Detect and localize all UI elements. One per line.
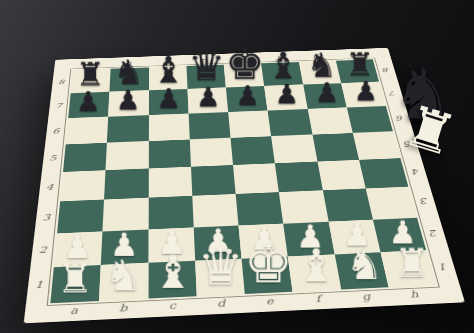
piece-white-knight: ♞: [345, 244, 383, 286]
square-f4[interactable]: [275, 162, 322, 193]
piece-black-pawn: ♟: [196, 84, 220, 111]
file-label-bottom-c: c: [148, 299, 197, 317]
square-h4[interactable]: [359, 158, 409, 188]
square-f7[interactable]: ♟: [264, 85, 307, 111]
file-label-bottom-d: d: [197, 297, 247, 314]
file-label-top-b: b: [111, 57, 149, 67]
piece-white-king: ♚: [244, 236, 293, 291]
square-g7[interactable]: ♟: [303, 83, 347, 109]
rank-label-left-7: 7: [49, 94, 68, 119]
file-label-bottom-f: f: [293, 292, 344, 309]
square-d4[interactable]: [191, 165, 236, 196]
square-e1[interactable]: ♚: [242, 256, 293, 294]
file-label-top-f: f: [260, 52, 298, 62]
square-b6[interactable]: [107, 115, 148, 143]
piece-white-queen: ♛: [197, 241, 243, 292]
square-d7[interactable]: ♟: [187, 88, 228, 114]
square-c1[interactable]: ♝: [148, 261, 197, 299]
piece-white-knight: ♞: [105, 255, 143, 297]
rank-label-left-5: 5: [43, 144, 63, 172]
square-a1[interactable]: ♜: [50, 265, 101, 303]
square-h1[interactable]: ♜: [380, 250, 436, 287]
square-d5[interactable]: [190, 138, 233, 167]
piece-black-pawn: ♟: [314, 79, 338, 106]
square-f1[interactable]: ♝: [288, 254, 341, 292]
piece-black-pawn: ♟: [76, 88, 101, 115]
square-d1[interactable]: ♛: [195, 258, 245, 296]
square-c5[interactable]: [148, 139, 190, 168]
rank-label-left-4: 4: [39, 172, 60, 202]
file-label-top-g: g: [297, 51, 336, 61]
rank-label-left-1: 1: [27, 267, 50, 304]
file-label-top-c: c: [149, 56, 187, 66]
square-b4[interactable]: [104, 168, 148, 199]
file-label-top-e: e: [223, 53, 261, 63]
file-label-bottom-a: a: [49, 304, 100, 322]
file-label-top-d: d: [186, 55, 224, 65]
piece-white-bishop: ♝: [296, 243, 337, 288]
file-label-bottom-g: g: [341, 290, 392, 307]
piece-white-rook: ♜: [394, 244, 430, 284]
square-d6[interactable]: [188, 112, 230, 139]
file-label-top-a: a: [73, 59, 111, 69]
square-c6[interactable]: [148, 113, 189, 140]
rank-label-left-3: 3: [35, 202, 57, 234]
square-g5[interactable]: [312, 133, 359, 162]
square-e5[interactable]: [230, 136, 275, 165]
table-surface: abcdefgh abcdefgh 87654321 87654321 ♜♞♝♛…: [0, 0, 474, 333]
file-label-bottom-h: h: [389, 288, 441, 305]
square-a4[interactable]: [60, 170, 106, 201]
square-g4[interactable]: [317, 160, 365, 191]
piece-black-pawn: ♟: [275, 81, 299, 108]
square-c4[interactable]: [148, 167, 192, 198]
square-g6[interactable]: [307, 107, 352, 134]
square-e4[interactable]: [233, 163, 279, 194]
file-label-bottom-b: b: [98, 301, 148, 319]
square-h6[interactable]: [347, 106, 393, 133]
square-f6[interactable]: [268, 109, 312, 136]
piece-white-rook: ♜: [57, 259, 93, 299]
square-f5[interactable]: [271, 134, 317, 163]
board-grid: ♜♞♝♛♚♝♞♜♟♟♟♟♟♟♟♟♟♟♟♟♟♟♟♟♜♞♝♛♚♝♞♜: [50, 59, 436, 303]
file-label-bottom-e: e: [245, 294, 295, 311]
square-b5[interactable]: [106, 141, 149, 170]
piece-black-pawn: ♟: [116, 87, 141, 114]
square-b1[interactable]: ♞: [99, 263, 148, 301]
piece-white-bishop: ♝: [152, 249, 193, 295]
square-a7[interactable]: ♟: [68, 92, 109, 118]
square-h5[interactable]: [353, 131, 401, 160]
piece-black-pawn: ♟: [354, 78, 378, 105]
square-g1[interactable]: ♞: [334, 252, 388, 289]
file-label-top-h: h: [333, 50, 372, 60]
square-c7[interactable]: ♟: [148, 89, 188, 115]
square-e6[interactable]: [228, 110, 271, 137]
piece-black-pawn: ♟: [156, 85, 180, 112]
piece-black-pawn: ♟: [236, 82, 260, 109]
square-e7[interactable]: ♟: [226, 86, 268, 112]
square-a5[interactable]: [63, 143, 107, 172]
rank-label-left-8: 8: [52, 70, 70, 94]
rank-label-left-2: 2: [31, 233, 53, 268]
square-a6[interactable]: [66, 117, 109, 145]
square-b7[interactable]: ♟: [108, 91, 148, 117]
rank-label-left-6: 6: [46, 118, 65, 145]
square-h7[interactable]: ♟: [341, 82, 386, 107]
